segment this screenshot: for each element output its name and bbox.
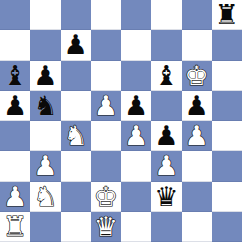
chess-board-container: ♜♟♝♟♝♚♟♞♟♟♟♞♟♟♟♟♟♟♞♚♛♜♛ [0, 0, 242, 242]
square-f1[interactable] [151, 212, 181, 242]
square-b1[interactable] [30, 212, 60, 242]
square-a1[interactable]: ♜ [0, 212, 30, 242]
square-h7[interactable] [212, 30, 242, 60]
square-f3[interactable]: ♟ [151, 151, 181, 181]
square-e5[interactable]: ♟ [121, 91, 151, 121]
square-a4[interactable] [0, 121, 30, 151]
square-h2[interactable] [212, 182, 242, 212]
square-a6[interactable]: ♝ [0, 61, 30, 91]
square-e1[interactable] [121, 212, 151, 242]
square-h3[interactable] [212, 151, 242, 181]
black-pawn[interactable]: ♟ [124, 91, 148, 121]
black-pawn[interactable]: ♟ [154, 121, 178, 151]
square-c4[interactable]: ♞ [61, 121, 91, 151]
square-e4[interactable]: ♟ [121, 121, 151, 151]
square-h1[interactable] [212, 212, 242, 242]
square-g3[interactable] [182, 151, 212, 181]
white-pawn[interactable]: ♟ [3, 182, 27, 212]
square-c5[interactable] [61, 91, 91, 121]
white-pawn[interactable]: ♟ [185, 121, 209, 151]
black-rook[interactable]: ♜ [215, 0, 239, 30]
square-a5[interactable]: ♟ [0, 91, 30, 121]
square-h8[interactable]: ♜ [212, 0, 242, 30]
white-pawn[interactable]: ♟ [33, 151, 57, 181]
square-a3[interactable] [0, 151, 30, 181]
black-pawn[interactable]: ♟ [3, 91, 27, 121]
black-knight[interactable]: ♞ [33, 91, 57, 121]
square-b4[interactable] [30, 121, 60, 151]
white-pawn[interactable]: ♟ [154, 151, 178, 181]
square-d8[interactable] [91, 0, 121, 30]
black-pawn[interactable]: ♟ [185, 91, 209, 121]
square-b6[interactable]: ♟ [30, 61, 60, 91]
black-pawn[interactable]: ♟ [64, 30, 88, 60]
square-f2[interactable]: ♛ [151, 182, 181, 212]
square-a7[interactable] [0, 30, 30, 60]
square-e8[interactable] [121, 0, 151, 30]
square-b7[interactable] [30, 30, 60, 60]
black-bishop[interactable]: ♝ [154, 61, 178, 91]
white-knight[interactable]: ♞ [64, 121, 88, 151]
square-f5[interactable] [151, 91, 181, 121]
square-g5[interactable]: ♟ [182, 91, 212, 121]
square-f4[interactable]: ♟ [151, 121, 181, 151]
square-b2[interactable]: ♞ [30, 182, 60, 212]
square-c8[interactable] [61, 0, 91, 30]
square-e6[interactable] [121, 61, 151, 91]
square-b8[interactable] [30, 0, 60, 30]
square-g4[interactable]: ♟ [182, 121, 212, 151]
white-king[interactable]: ♚ [94, 182, 118, 212]
square-d2[interactable]: ♚ [91, 182, 121, 212]
square-e3[interactable] [121, 151, 151, 181]
square-d6[interactable] [91, 61, 121, 91]
square-d4[interactable] [91, 121, 121, 151]
black-queen[interactable]: ♛ [154, 182, 178, 212]
square-c3[interactable] [61, 151, 91, 181]
square-b5[interactable]: ♞ [30, 91, 60, 121]
square-h4[interactable] [212, 121, 242, 151]
square-c6[interactable] [61, 61, 91, 91]
square-e2[interactable] [121, 182, 151, 212]
white-king[interactable]: ♚ [185, 61, 209, 91]
black-bishop[interactable]: ♝ [3, 61, 27, 91]
square-f7[interactable] [151, 30, 181, 60]
square-f8[interactable] [151, 0, 181, 30]
square-c1[interactable] [61, 212, 91, 242]
square-d5[interactable]: ♟ [91, 91, 121, 121]
white-queen[interactable]: ♛ [94, 212, 118, 242]
square-a8[interactable] [0, 0, 30, 30]
square-e7[interactable] [121, 30, 151, 60]
square-d1[interactable]: ♛ [91, 212, 121, 242]
square-c2[interactable] [61, 182, 91, 212]
square-h5[interactable] [212, 91, 242, 121]
square-g6[interactable]: ♚ [182, 61, 212, 91]
square-g8[interactable] [182, 0, 212, 30]
square-a2[interactable]: ♟ [0, 182, 30, 212]
square-g7[interactable] [182, 30, 212, 60]
chess-board: ♜♟♝♟♝♚♟♞♟♟♟♞♟♟♟♟♟♟♞♚♛♜♛ [0, 0, 242, 242]
black-pawn[interactable]: ♟ [33, 61, 57, 91]
white-pawn[interactable]: ♟ [94, 91, 118, 121]
square-h6[interactable] [212, 61, 242, 91]
square-g1[interactable] [182, 212, 212, 242]
white-knight[interactable]: ♞ [33, 182, 57, 212]
square-g2[interactable] [182, 182, 212, 212]
square-f6[interactable]: ♝ [151, 61, 181, 91]
square-d7[interactable] [91, 30, 121, 60]
white-pawn[interactable]: ♟ [124, 121, 148, 151]
square-d3[interactable] [91, 151, 121, 181]
square-b3[interactable]: ♟ [30, 151, 60, 181]
white-rook[interactable]: ♜ [3, 212, 27, 242]
square-c7[interactable]: ♟ [61, 30, 91, 60]
